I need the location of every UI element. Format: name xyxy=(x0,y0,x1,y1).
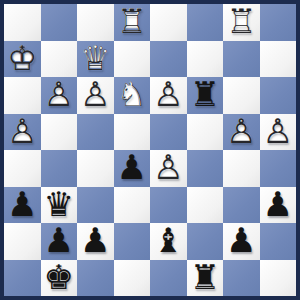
square-b8[interactable] xyxy=(41,4,78,41)
white-pawn[interactable]: ♟♙ xyxy=(41,77,78,114)
square-c8[interactable] xyxy=(77,4,114,41)
square-c5[interactable] xyxy=(77,114,114,151)
black-pawn-icon: ♟ xyxy=(260,186,297,220)
square-b3[interactable]: ♛ xyxy=(41,187,78,224)
white-pawn[interactable]: ♟♙ xyxy=(260,114,297,151)
square-a8[interactable] xyxy=(4,4,41,41)
white-pawn[interactable]: ♟♙ xyxy=(150,150,187,187)
square-d4[interactable]: ♟ xyxy=(114,150,151,187)
white-pawn-icon: ♙ xyxy=(150,150,187,184)
white-pawn[interactable]: ♟♙ xyxy=(223,114,260,151)
black-rook[interactable]: ♜ xyxy=(187,260,224,297)
white-pawn-icon: ♙ xyxy=(4,113,41,147)
black-queen[interactable]: ♛ xyxy=(41,187,78,224)
square-e5[interactable] xyxy=(150,114,187,151)
square-d5[interactable] xyxy=(114,114,151,151)
square-b7[interactable] xyxy=(41,41,78,78)
black-pawn[interactable]: ♟ xyxy=(41,223,78,260)
square-f6[interactable]: ♜ xyxy=(187,77,224,114)
square-h2[interactable] xyxy=(260,223,297,260)
square-a4[interactable] xyxy=(4,150,41,187)
white-king[interactable]: ♚♔ xyxy=(4,41,41,78)
black-king-icon: ♚ xyxy=(41,259,78,293)
square-h7[interactable] xyxy=(260,41,297,78)
square-g2[interactable]: ♟ xyxy=(223,223,260,260)
square-a6[interactable] xyxy=(4,77,41,114)
square-b6[interactable]: ♟♙ xyxy=(41,77,78,114)
square-d2[interactable] xyxy=(114,223,151,260)
square-d6[interactable]: ♞♘ xyxy=(114,77,151,114)
square-c1[interactable] xyxy=(77,260,114,297)
black-pawn-icon: ♟ xyxy=(114,150,151,184)
square-c4[interactable] xyxy=(77,150,114,187)
square-h1[interactable] xyxy=(260,260,297,297)
white-king-icon: ♔ xyxy=(4,40,41,74)
black-queen-icon: ♛ xyxy=(41,186,78,220)
white-pawn-icon: ♙ xyxy=(77,77,114,111)
square-b4[interactable] xyxy=(41,150,78,187)
black-pawn[interactable]: ♟ xyxy=(223,223,260,260)
white-knight[interactable]: ♞♘ xyxy=(114,77,151,114)
square-g7[interactable] xyxy=(223,41,260,78)
black-pawn-icon: ♟ xyxy=(4,186,41,220)
square-a2[interactable] xyxy=(4,223,41,260)
white-pawn[interactable]: ♟♙ xyxy=(150,77,187,114)
square-f1[interactable]: ♜ xyxy=(187,260,224,297)
square-b1[interactable]: ♚ xyxy=(41,260,78,297)
square-c3[interactable] xyxy=(77,187,114,224)
square-e1[interactable] xyxy=(150,260,187,297)
square-b2[interactable]: ♟ xyxy=(41,223,78,260)
square-h5[interactable]: ♟♙ xyxy=(260,114,297,151)
square-f2[interactable] xyxy=(187,223,224,260)
black-rook-icon: ♜ xyxy=(187,259,224,293)
square-a7[interactable]: ♚♔ xyxy=(4,41,41,78)
black-pawn[interactable]: ♟ xyxy=(260,187,297,224)
white-rook-icon: ♖ xyxy=(223,4,260,38)
black-pawn-icon: ♟ xyxy=(77,223,114,257)
black-pawn[interactable]: ♟ xyxy=(77,223,114,260)
white-pawn-icon: ♙ xyxy=(41,77,78,111)
square-f5[interactable] xyxy=(187,114,224,151)
black-pawn-icon: ♟ xyxy=(223,223,260,257)
white-rook[interactable]: ♜♖ xyxy=(223,4,260,41)
square-e2[interactable]: ♝ xyxy=(150,223,187,260)
black-pawn[interactable]: ♟ xyxy=(4,187,41,224)
black-pawn-icon: ♟ xyxy=(41,223,78,257)
white-pawn[interactable]: ♟♙ xyxy=(77,77,114,114)
square-d3[interactable] xyxy=(114,187,151,224)
chess-board-frame: ♜♖♜♖♚♔♛♕♟♙♟♙♞♘♟♙♜♟♙♟♙♟♙♟♟♙♟♛♟♟♟♝♟♚♜ xyxy=(0,0,300,300)
square-d7[interactable] xyxy=(114,41,151,78)
white-pawn[interactable]: ♟♙ xyxy=(4,114,41,151)
black-rook-icon: ♜ xyxy=(187,77,224,111)
white-knight-icon: ♘ xyxy=(114,77,151,111)
square-c7[interactable]: ♛♕ xyxy=(77,41,114,78)
white-queen-icon: ♕ xyxy=(77,40,114,74)
square-f7[interactable] xyxy=(187,41,224,78)
square-e4[interactable]: ♟♙ xyxy=(150,150,187,187)
chess-board: ♜♖♜♖♚♔♛♕♟♙♟♙♞♘♟♙♜♟♙♟♙♟♙♟♟♙♟♛♟♟♟♝♟♚♜ xyxy=(4,4,296,296)
square-f4[interactable] xyxy=(187,150,224,187)
square-f3[interactable] xyxy=(187,187,224,224)
black-bishop[interactable]: ♝ xyxy=(150,223,187,260)
square-g3[interactable] xyxy=(223,187,260,224)
square-a3[interactable]: ♟ xyxy=(4,187,41,224)
square-a5[interactable]: ♟♙ xyxy=(4,114,41,151)
square-b5[interactable] xyxy=(41,114,78,151)
white-pawn-icon: ♙ xyxy=(260,113,297,147)
square-d8[interactable]: ♜♖ xyxy=(114,4,151,41)
square-h3[interactable]: ♟ xyxy=(260,187,297,224)
black-king[interactable]: ♚ xyxy=(41,260,78,297)
square-e8[interactable] xyxy=(150,4,187,41)
square-h4[interactable] xyxy=(260,150,297,187)
white-queen[interactable]: ♛♕ xyxy=(77,41,114,78)
square-e3[interactable] xyxy=(150,187,187,224)
square-e7[interactable] xyxy=(150,41,187,78)
square-g4[interactable] xyxy=(223,150,260,187)
black-rook[interactable]: ♜ xyxy=(187,77,224,114)
square-a1[interactable] xyxy=(4,260,41,297)
white-pawn-icon: ♙ xyxy=(223,113,260,147)
square-f8[interactable] xyxy=(187,4,224,41)
square-h8[interactable] xyxy=(260,4,297,41)
square-d1[interactable] xyxy=(114,260,151,297)
white-rook-icon: ♖ xyxy=(114,4,151,38)
white-rook[interactable]: ♜♖ xyxy=(114,4,151,41)
white-pawn-icon: ♙ xyxy=(150,77,187,111)
square-g5[interactable]: ♟♙ xyxy=(223,114,260,151)
square-g1[interactable] xyxy=(223,260,260,297)
square-h6[interactable] xyxy=(260,77,297,114)
square-g6[interactable] xyxy=(223,77,260,114)
black-bishop-icon: ♝ xyxy=(150,223,187,257)
square-c6[interactable]: ♟♙ xyxy=(77,77,114,114)
square-e6[interactable]: ♟♙ xyxy=(150,77,187,114)
square-g8[interactable]: ♜♖ xyxy=(223,4,260,41)
square-c2[interactable]: ♟ xyxy=(77,223,114,260)
black-pawn[interactable]: ♟ xyxy=(114,150,151,187)
